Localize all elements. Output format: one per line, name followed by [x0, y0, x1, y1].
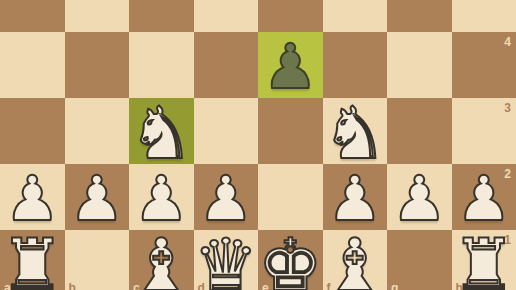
square-d1[interactable]: ♛d	[194, 230, 259, 290]
chess-board: ♜♞♝♛♚♝♞♜8♟♟♟♟♟♟♟765♟4♞♞3♟♟♟♟♟♟♟2♜ab♝c♛d♚…	[0, 0, 516, 290]
square-c1[interactable]: ♝c	[129, 230, 194, 290]
square-h2[interactable]: ♟2	[452, 164, 516, 230]
square-e1[interactable]: ♚e	[258, 230, 323, 290]
file-label-a: a	[4, 282, 11, 290]
rank-label-3: 3	[504, 102, 511, 114]
square-e4[interactable]: ♟	[258, 32, 323, 98]
square-e2[interactable]	[258, 164, 323, 230]
square-g1[interactable]: g	[387, 230, 452, 290]
square-b2[interactable]: ♟	[65, 164, 130, 230]
chessboard-viewport: ♜♞♝♛♚♝♞♜8♟♟♟♟♟♟♟765♟4♞♞3♟♟♟♟♟♟♟2♜ab♝c♛d♚…	[0, 0, 516, 290]
square-a3[interactable]	[0, 98, 65, 164]
rank-label-1: 1	[504, 234, 511, 246]
square-d4[interactable]	[194, 32, 259, 98]
square-g5[interactable]	[387, 0, 452, 32]
square-d5[interactable]	[194, 0, 259, 32]
square-b4[interactable]	[65, 32, 130, 98]
square-h5[interactable]: 5	[452, 0, 516, 32]
white-pawn[interactable]: ♟	[4, 165, 60, 230]
square-b1[interactable]: b	[65, 230, 130, 290]
black-pawn[interactable]: ♟	[262, 33, 318, 98]
square-b3[interactable]	[65, 98, 130, 164]
white-knight[interactable]: ♞	[322, 94, 387, 169]
white-bishop[interactable]: ♝	[322, 226, 387, 290]
square-e3[interactable]	[258, 98, 323, 164]
file-label-b: b	[69, 282, 76, 290]
white-pawn[interactable]: ♟	[456, 165, 512, 230]
square-f1[interactable]: ♝f	[323, 230, 388, 290]
square-c3[interactable]: ♞	[129, 98, 194, 164]
square-g2[interactable]: ♟	[387, 164, 452, 230]
white-pawn[interactable]: ♟	[133, 165, 189, 230]
square-c5[interactable]	[129, 0, 194, 32]
rank-label-2: 2	[504, 168, 511, 180]
file-label-c: c	[133, 282, 140, 290]
square-c2[interactable]: ♟	[129, 164, 194, 230]
white-pawn[interactable]: ♟	[391, 165, 447, 230]
white-pawn[interactable]: ♟	[327, 165, 383, 230]
rank-label-4: 4	[504, 36, 511, 48]
square-h3[interactable]: 3	[452, 98, 516, 164]
file-label-d: d	[198, 282, 205, 290]
square-f4[interactable]	[323, 32, 388, 98]
white-knight[interactable]: ♞	[129, 94, 194, 169]
square-a1[interactable]: ♜a	[0, 230, 65, 290]
square-a5[interactable]	[0, 0, 65, 32]
square-h1[interactable]: ♜1h	[452, 230, 516, 290]
square-d3[interactable]	[194, 98, 259, 164]
file-label-g: g	[391, 282, 398, 290]
file-label-e: e	[262, 282, 269, 290]
white-pawn[interactable]: ♟	[198, 165, 254, 230]
square-a4[interactable]	[0, 32, 65, 98]
square-h4[interactable]: 4	[452, 32, 516, 98]
square-e5[interactable]	[258, 0, 323, 32]
file-label-h: h	[456, 282, 463, 290]
square-f2[interactable]: ♟	[323, 164, 388, 230]
white-pawn[interactable]: ♟	[69, 165, 125, 230]
square-a2[interactable]: ♟	[0, 164, 65, 230]
square-b5[interactable]	[65, 0, 130, 32]
square-g4[interactable]	[387, 32, 452, 98]
file-label-f: f	[327, 282, 331, 290]
square-d2[interactable]: ♟	[194, 164, 259, 230]
square-f3[interactable]: ♞	[323, 98, 388, 164]
square-f5[interactable]	[323, 0, 388, 32]
square-g3[interactable]	[387, 98, 452, 164]
square-c4[interactable]	[129, 32, 194, 98]
